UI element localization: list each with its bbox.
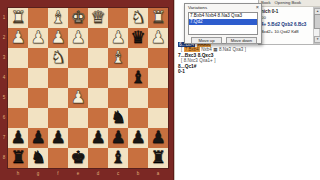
square-b1[interactable]: ♞ (128, 8, 148, 28)
square-e8[interactable]: ♚ (68, 148, 88, 168)
black-pawn: ♟ (88, 128, 108, 148)
square-f5[interactable] (48, 88, 68, 108)
book-line[interactable]: nich 0-1 (261, 9, 312, 14)
dialog-title: Variations (188, 5, 207, 10)
square-c6[interactable]: ♞ (108, 108, 128, 128)
square-f1[interactable]: ♝ (48, 8, 68, 28)
square-a4[interactable] (148, 68, 168, 88)
square-d4[interactable] (88, 68, 108, 88)
white-pawn: ♟ (108, 28, 128, 48)
white-bishop: ♝ (108, 48, 128, 68)
file-label: c (108, 170, 128, 177)
square-h3[interactable] (8, 48, 28, 68)
move-token[interactable]: Nxb4 (201, 47, 212, 52)
rank-label: 1 (1, 8, 7, 28)
book-line[interactable]: 00 (261, 15, 312, 20)
white-pawn: ♟ (48, 28, 68, 48)
file-label: e (68, 170, 88, 177)
book-panel-header: Book Opening Book (259, 0, 320, 7)
square-a6[interactable] (148, 108, 168, 128)
square-d5[interactable] (88, 88, 108, 108)
black-queen: ♛ (128, 28, 148, 48)
square-c4[interactable] (108, 68, 128, 88)
square-d1[interactable]: ♛ (88, 8, 108, 28)
notation-text: ] (214, 58, 215, 63)
square-a3[interactable] (148, 48, 168, 68)
square-d6[interactable] (88, 108, 108, 128)
square-b4[interactable]: ♝ (128, 68, 148, 88)
square-c1[interactable] (108, 8, 128, 28)
black-rook: ♜ (148, 148, 168, 168)
square-g1[interactable] (28, 8, 48, 28)
file-labels: hgfedcba (8, 170, 168, 177)
square-b2[interactable]: ♛ (128, 28, 148, 48)
square-f8[interactable] (48, 148, 68, 168)
black-knight: ♞ (108, 108, 128, 128)
variations-dialog: Variations × 7.Bxb4 Nxb4 8.Na3 Qxa37.Qd2… (184, 3, 262, 44)
square-h2[interactable]: ♟ (8, 28, 28, 48)
square-a1[interactable]: ♜ (148, 8, 168, 28)
white-rook: ♜ (8, 8, 28, 28)
square-b7[interactable]: ♟ (128, 128, 148, 148)
square-g5[interactable] (28, 88, 48, 108)
square-c5[interactable] (108, 88, 128, 108)
tab-book[interactable]: Book (261, 0, 271, 6)
square-a8[interactable]: ♜ (148, 148, 168, 168)
move-token[interactable]: 8...Qc1# (178, 64, 196, 69)
move-token[interactable]: 8.Nxc3 (184, 58, 198, 63)
move-token[interactable]: 7...Bxc3 (178, 53, 196, 58)
square-b8[interactable] (128, 148, 148, 168)
square-a5[interactable] (148, 88, 168, 108)
opening-book-panel: Book Opening Book nich 0-1004+ 5.Bd2 Qxb… (258, 0, 320, 45)
file-label: h (8, 170, 28, 177)
black-king: ♚ (68, 148, 88, 168)
move-up-button[interactable]: Move up (191, 37, 222, 44)
file-label: f (48, 170, 68, 177)
rank-label: 8 (1, 148, 7, 168)
white-bishop: ♝ (48, 8, 68, 28)
square-e1[interactable]: ♚ (68, 8, 88, 28)
book-scrollbar[interactable]: ▲ ▼ (313, 7, 320, 44)
close-icon[interactable]: × (256, 4, 259, 10)
square-c2[interactable]: ♟ (108, 28, 128, 48)
square-b5[interactable] (128, 88, 148, 108)
square-h4[interactable] (8, 68, 28, 88)
move-token[interactable]: 7.Bxb4 (184, 47, 200, 52)
rank-label: 6 (1, 108, 7, 128)
file-label: a (148, 170, 168, 177)
rank-labels: 12345678 (1, 8, 7, 168)
white-pawn: ♟ (68, 28, 88, 48)
notation-text: 0-1 (178, 69, 185, 74)
white-pawn: ♟ (8, 28, 28, 48)
black-pawn: ♟ (8, 128, 28, 148)
square-g4[interactable] (28, 68, 48, 88)
square-c3[interactable]: ♝ (108, 48, 128, 68)
square-g7[interactable]: ♟ (28, 128, 48, 148)
notation-text: ] (245, 47, 246, 52)
file-label: d (88, 170, 108, 177)
black-pawn: ♟ (108, 128, 128, 148)
notation-text: [ (181, 47, 182, 52)
square-d2[interactable] (88, 28, 108, 48)
book-lines: nich 0-1004+ 5.Bd2 Qxb2 6.Bc3Bxd2+ 10.Qx… (259, 7, 320, 34)
scroll-down-arrow-icon[interactable]: ▼ (314, 36, 320, 43)
black-pawn: ♟ (28, 128, 48, 148)
chess-application-window: ♜♝♚♛♞♜♟♟♟♟♟♛♟♞♝♝♟♞♟♟♟♟♟♟♟♜♞♚♝♜ 12345678 … (0, 0, 320, 180)
square-g8[interactable]: ♞ (28, 148, 48, 168)
black-pawn: ♟ (148, 128, 168, 148)
square-g2[interactable]: ♟ (28, 28, 48, 48)
square-c7[interactable]: ♟ (108, 128, 128, 148)
move-token[interactable]: 8.Qxc3 (198, 53, 214, 58)
white-pawn: ♟ (68, 88, 88, 108)
square-h1[interactable]: ♜ (8, 8, 28, 28)
square-c8[interactable]: ♝ (108, 148, 128, 168)
tab-opening-book[interactable]: Opening Book (275, 0, 302, 6)
white-knight: ♞ (128, 8, 148, 28)
board-frame: ♜♝♚♛♞♜♟♟♟♟♟♛♟♞♝♝♟♞♟♟♟♟♟♟♟♜♞♚♝♜ 12345678 … (0, 0, 174, 180)
square-e5[interactable]: ♟ (68, 88, 88, 108)
white-king: ♚ (68, 8, 88, 28)
square-b6[interactable] (128, 108, 148, 128)
rank-label: 7 (1, 128, 7, 148)
square-g3[interactable] (28, 48, 48, 68)
notation-text: [ (181, 58, 182, 63)
square-h5[interactable] (8, 88, 28, 108)
square-f4[interactable] (48, 68, 68, 88)
move-token[interactable]: Qxa3 (233, 47, 244, 52)
square-b3[interactable] (128, 48, 148, 68)
rank-label: 2 (1, 28, 7, 48)
square-e7[interactable] (68, 128, 88, 148)
square-d7[interactable]: ♟ (88, 128, 108, 148)
book-line[interactable]: Bxd2+ 10.Qxd2 Kd8 (261, 29, 312, 34)
black-bishop: ♝ (128, 68, 148, 88)
square-f3[interactable]: ♞ (48, 48, 68, 68)
rank-label: 4 (1, 68, 7, 88)
square-f7[interactable]: ♟ (48, 128, 68, 148)
square-h7[interactable]: ♟ (8, 128, 28, 148)
move-down-button[interactable]: Move down (226, 37, 257, 44)
diagram-icon: ▦ (213, 47, 217, 52)
chess-board: ♜♝♚♛♞♜♟♟♟♟♟♛♟♞♝♝♟♞♟♟♟♟♟♟♟♜♞♚♝♜ (8, 8, 168, 168)
square-h8[interactable]: ♜ (8, 148, 28, 168)
variations-list: 7.Bxb4 Nxb4 8.Na3 Qxa37.Qd2 (188, 12, 258, 35)
black-bishop: ♝ (108, 148, 128, 168)
file-label: g (28, 170, 48, 177)
square-e3[interactable] (68, 48, 88, 68)
square-d8[interactable] (88, 148, 108, 168)
black-pawn: ♟ (48, 128, 68, 148)
move-token[interactable]: Qxa1+ (199, 58, 212, 63)
square-d3[interactable] (88, 48, 108, 68)
square-a7[interactable]: ♟ (148, 128, 168, 148)
book-line[interactable]: 4+ 5.Bd2 Qxb2 6.Bc3 (261, 22, 312, 27)
white-rook: ♜ (148, 8, 168, 28)
move-token[interactable]: 8.Na3 (219, 47, 231, 52)
square-e6[interactable] (68, 108, 88, 128)
square-g6[interactable] (28, 108, 48, 128)
white-pawn: ♟ (148, 28, 168, 48)
square-f6[interactable] (48, 108, 68, 128)
white-pawn: ♟ (28, 28, 48, 48)
file-label: b (128, 170, 148, 177)
black-pawn: ♟ (128, 128, 148, 148)
square-a2[interactable]: ♟ (148, 28, 168, 48)
square-e4[interactable] (68, 68, 88, 88)
notation-panel: 6...Bb4FARK[7.Bxb4Nxb4▦8.Na3Qxa3]7...Bxc… (178, 42, 270, 74)
rank-label: 5 (1, 88, 7, 108)
square-h6[interactable] (8, 108, 28, 128)
variation-item[interactable]: 7.Qd2 (189, 19, 257, 25)
scrollbar-thumb[interactable] (314, 14, 320, 29)
black-rook: ♜ (8, 148, 28, 168)
black-knight: ♞ (28, 148, 48, 168)
square-e2[interactable]: ♟ (68, 28, 88, 48)
rank-label: 3 (1, 48, 7, 68)
notation-line: 0-1 (178, 69, 270, 74)
square-f2[interactable]: ♟ (48, 28, 68, 48)
white-knight: ♞ (48, 48, 68, 68)
white-queen: ♛ (88, 8, 108, 28)
